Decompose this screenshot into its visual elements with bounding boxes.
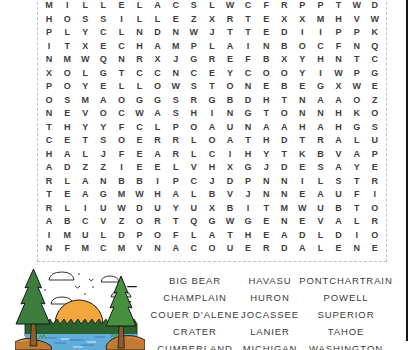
grid-cell[interactable]: C: [311, 40, 329, 54]
grid-cell[interactable]: T: [167, 215, 185, 229]
grid-cell[interactable]: Y: [257, 148, 275, 162]
grid-cell[interactable]: E: [167, 13, 185, 27]
grid-cell[interactable]: O: [149, 80, 167, 94]
grid-cell[interactable]: R: [40, 202, 58, 216]
grid-cell[interactable]: C: [167, 0, 185, 13]
grid-cell[interactable]: G: [203, 215, 221, 229]
grid-cell[interactable]: H: [58, 121, 76, 135]
grid-cell[interactable]: C: [185, 67, 203, 81]
grid-cell[interactable]: T: [239, 134, 257, 148]
grid-cell[interactable]: I: [112, 13, 130, 27]
grid-cell[interactable]: A: [330, 161, 348, 175]
grid-cell[interactable]: S: [58, 94, 76, 108]
grid-cell[interactable]: P: [167, 175, 185, 189]
grid-cell[interactable]: L: [58, 202, 76, 216]
grid-cell[interactable]: T: [257, 107, 275, 121]
grid-cell[interactable]: D: [130, 202, 148, 216]
grid-cell[interactable]: T: [275, 94, 293, 108]
grid-cell[interactable]: Y: [293, 53, 311, 67]
grid-cell[interactable]: O: [203, 242, 221, 256]
grid-cell[interactable]: E: [149, 161, 167, 175]
grid-cell[interactable]: F: [348, 188, 366, 202]
grid-cell[interactable]: Z: [94, 161, 112, 175]
grid-cell[interactable]: X: [76, 40, 94, 54]
grid-cell[interactable]: D: [112, 229, 130, 243]
grid-cell[interactable]: P: [40, 26, 58, 40]
grid-cell[interactable]: C: [149, 67, 167, 81]
grid-cell[interactable]: L: [185, 148, 203, 162]
grid-cell[interactable]: G: [94, 67, 112, 81]
grid-cell[interactable]: F: [257, 0, 275, 13]
grid-cell[interactable]: L: [130, 80, 148, 94]
grid-cell[interactable]: D: [58, 161, 76, 175]
grid-cell[interactable]: U: [221, 121, 239, 135]
grid-cell[interactable]: O: [203, 134, 221, 148]
grid-cell[interactable]: V: [348, 13, 366, 27]
grid-cell[interactable]: S: [76, 13, 94, 27]
grid-cell[interactable]: L: [112, 26, 130, 40]
grid-cell[interactable]: I: [149, 175, 167, 189]
grid-cell[interactable]: O: [130, 215, 148, 229]
grid-cell[interactable]: O: [221, 80, 239, 94]
grid-cell[interactable]: N: [330, 53, 348, 67]
grid-cell[interactable]: M: [76, 242, 94, 256]
grid-cell[interactable]: Q: [94, 53, 112, 67]
grid-cell[interactable]: L: [149, 121, 167, 135]
grid-cell[interactable]: L: [76, 148, 94, 162]
grid-cell[interactable]: J: [94, 148, 112, 162]
grid-cell[interactable]: E: [94, 80, 112, 94]
grid-cell[interactable]: O: [112, 94, 130, 108]
grid-cell[interactable]: Q: [185, 215, 203, 229]
grid-cell[interactable]: F: [112, 121, 130, 135]
grid-cell[interactable]: Y: [76, 80, 94, 94]
grid-cell[interactable]: A: [167, 242, 185, 256]
grid-cell[interactable]: E: [330, 242, 348, 256]
grid-cell[interactable]: E: [293, 80, 311, 94]
grid-cell[interactable]: N: [40, 53, 58, 67]
grid-cell[interactable]: I: [58, 0, 76, 13]
grid-cell[interactable]: J: [239, 188, 257, 202]
grid-cell[interactable]: E: [366, 80, 384, 94]
grid-cell[interactable]: T: [330, 0, 348, 13]
grid-cell[interactable]: T: [112, 67, 130, 81]
grid-cell[interactable]: Z: [76, 161, 94, 175]
grid-cell[interactable]: L: [311, 242, 329, 256]
grid-cell[interactable]: W: [76, 53, 94, 67]
grid-cell[interactable]: R: [275, 0, 293, 13]
grid-cell[interactable]: N: [275, 175, 293, 189]
grid-cell[interactable]: T: [293, 134, 311, 148]
grid-cell[interactable]: S: [366, 121, 384, 135]
grid-cell[interactable]: W: [167, 80, 185, 94]
grid-cell[interactable]: O: [112, 134, 130, 148]
grid-cell[interactable]: X: [40, 67, 58, 81]
grid-cell[interactable]: N: [293, 107, 311, 121]
grid-cell[interactable]: D: [239, 94, 257, 108]
grid-cell[interactable]: W: [330, 67, 348, 81]
grid-cell[interactable]: T: [348, 53, 366, 67]
grid-cell[interactable]: N: [94, 175, 112, 189]
grid-cell[interactable]: N: [239, 121, 257, 135]
grid-cell[interactable]: L: [130, 0, 148, 13]
grid-cell[interactable]: I: [76, 202, 94, 216]
grid-cell[interactable]: B: [112, 175, 130, 189]
grid-cell[interactable]: N: [40, 107, 58, 121]
grid-cell[interactable]: J: [257, 161, 275, 175]
grid-cell[interactable]: E: [366, 161, 384, 175]
grid-cell[interactable]: Z: [185, 13, 203, 27]
grid-cell[interactable]: R: [221, 13, 239, 27]
grid-cell[interactable]: M: [58, 229, 76, 243]
grid-cell[interactable]: T: [203, 80, 221, 94]
grid-cell[interactable]: I: [40, 40, 58, 54]
grid-cell[interactable]: B: [330, 202, 348, 216]
grid-cell[interactable]: E: [257, 229, 275, 243]
grid-cell[interactable]: G: [366, 67, 384, 81]
grid-cell[interactable]: T: [221, 26, 239, 40]
grid-cell[interactable]: M: [40, 0, 58, 13]
grid-cell[interactable]: B: [58, 215, 76, 229]
grid-cell[interactable]: A: [76, 175, 94, 189]
grid-cell[interactable]: S: [94, 134, 112, 148]
grid-cell[interactable]: T: [239, 13, 257, 27]
grid-cell[interactable]: F: [239, 53, 257, 67]
grid-cell[interactable]: L: [130, 13, 148, 27]
grid-cell[interactable]: E: [58, 107, 76, 121]
grid-cell[interactable]: L: [185, 229, 203, 243]
grid-cell[interactable]: B: [257, 53, 275, 67]
grid-cell[interactable]: P: [40, 80, 58, 94]
grid-cell[interactable]: T: [58, 40, 76, 54]
grid-cell[interactable]: M: [167, 40, 185, 54]
grid-cell[interactable]: J: [203, 175, 221, 189]
grid-cell[interactable]: G: [203, 94, 221, 108]
grid-cell[interactable]: X: [293, 13, 311, 27]
grid-cell[interactable]: I: [311, 67, 329, 81]
grid-cell[interactable]: R: [366, 215, 384, 229]
grid-cell[interactable]: N: [221, 107, 239, 121]
grid-cell[interactable]: D: [366, 0, 384, 13]
grid-cell[interactable]: I: [239, 40, 257, 54]
grid-cell[interactable]: L: [149, 13, 167, 27]
grid-cell[interactable]: Y: [167, 202, 185, 216]
grid-cell[interactable]: H: [311, 53, 329, 67]
grid-cell[interactable]: B: [203, 188, 221, 202]
grid-cell[interactable]: L: [112, 80, 130, 94]
grid-cell[interactable]: H: [330, 107, 348, 121]
grid-cell[interactable]: N: [130, 26, 148, 40]
grid-cell[interactable]: I: [40, 229, 58, 243]
grid-cell[interactable]: N: [275, 215, 293, 229]
grid-cell[interactable]: A: [330, 215, 348, 229]
grid-cell[interactable]: N: [257, 40, 275, 54]
grid-cell[interactable]: O: [58, 13, 76, 27]
grid-cell[interactable]: T: [239, 26, 257, 40]
grid-cell[interactable]: R: [130, 53, 148, 67]
grid-cell[interactable]: P: [311, 0, 329, 13]
grid-cell[interactable]: V: [130, 242, 148, 256]
grid-cell[interactable]: W: [112, 202, 130, 216]
grid-cell[interactable]: G: [239, 215, 257, 229]
grid-cell[interactable]: X: [203, 202, 221, 216]
grid-cell[interactable]: A: [149, 40, 167, 54]
grid-cell[interactable]: G: [239, 161, 257, 175]
grid-cell[interactable]: A: [293, 242, 311, 256]
grid-cell[interactable]: H: [130, 40, 148, 54]
grid-cell[interactable]: O: [58, 80, 76, 94]
grid-cell[interactable]: S: [311, 161, 329, 175]
grid-cell[interactable]: K: [366, 26, 384, 40]
grid-cell[interactable]: L: [185, 134, 203, 148]
grid-cell[interactable]: P: [348, 26, 366, 40]
grid-cell[interactable]: B: [221, 94, 239, 108]
grid-cell[interactable]: D: [275, 134, 293, 148]
grid-cell[interactable]: T: [40, 188, 58, 202]
grid-cell[interactable]: N: [293, 94, 311, 108]
grid-cell[interactable]: H: [239, 148, 257, 162]
grid-cell[interactable]: Q: [366, 40, 384, 54]
grid-cell[interactable]: F: [58, 242, 76, 256]
grid-cell[interactable]: B: [130, 175, 148, 189]
grid-cell[interactable]: L: [185, 188, 203, 202]
grid-cell[interactable]: E: [366, 242, 384, 256]
grid-cell[interactable]: T: [40, 121, 58, 135]
grid-cell[interactable]: E: [293, 215, 311, 229]
grid-cell[interactable]: X: [149, 53, 167, 67]
grid-cell[interactable]: K: [293, 148, 311, 162]
grid-cell[interactable]: O: [149, 229, 167, 243]
grid-cell[interactable]: W: [185, 26, 203, 40]
grid-cell[interactable]: E: [112, 0, 130, 13]
grid-cell[interactable]: P: [130, 229, 148, 243]
grid-cell[interactable]: C: [185, 175, 203, 189]
grid-cell[interactable]: R: [311, 134, 329, 148]
grid-cell[interactable]: I: [348, 229, 366, 243]
grid-cell[interactable]: A: [149, 148, 167, 162]
grid-cell[interactable]: A: [40, 215, 58, 229]
grid-cell[interactable]: H: [40, 13, 58, 27]
grid-cell[interactable]: O: [40, 94, 58, 108]
grid-cell[interactable]: S: [167, 94, 185, 108]
grid-cell[interactable]: O: [366, 229, 384, 243]
grid-cell[interactable]: F: [112, 148, 130, 162]
grid-cell[interactable]: A: [167, 188, 185, 202]
grid-cell[interactable]: A: [221, 40, 239, 54]
grid-cell[interactable]: S: [167, 107, 185, 121]
grid-cell[interactable]: F: [167, 229, 185, 243]
grid-cell[interactable]: U: [311, 202, 329, 216]
grid-cell[interactable]: L: [76, 67, 94, 81]
grid-cell[interactable]: N: [167, 26, 185, 40]
grid-cell[interactable]: A: [311, 94, 329, 108]
grid-cell[interactable]: R: [257, 242, 275, 256]
grid-cell[interactable]: X: [221, 161, 239, 175]
grid-cell[interactable]: S: [330, 175, 348, 189]
grid-cell[interactable]: D: [275, 161, 293, 175]
grid-cell[interactable]: H: [293, 121, 311, 135]
grid-cell[interactable]: E: [221, 53, 239, 67]
grid-cell[interactable]: V: [94, 215, 112, 229]
grid-cell[interactable]: C: [112, 40, 130, 54]
grid-cell[interactable]: T: [257, 202, 275, 216]
grid-cell[interactable]: R: [40, 175, 58, 189]
grid-cell[interactable]: I: [293, 175, 311, 189]
grid-cell[interactable]: C: [112, 107, 130, 121]
grid-cell[interactable]: E: [257, 13, 275, 27]
grid-cell[interactable]: A: [275, 121, 293, 135]
grid-cell[interactable]: N: [167, 67, 185, 81]
grid-cell[interactable]: H: [257, 94, 275, 108]
grid-cell[interactable]: T: [275, 148, 293, 162]
grid-cell[interactable]: Y: [76, 121, 94, 135]
grid-cell[interactable]: I: [221, 148, 239, 162]
grid-cell[interactable]: A: [275, 229, 293, 243]
grid-cell[interactable]: E: [130, 148, 148, 162]
grid-cell[interactable]: U: [149, 202, 167, 216]
grid-cell[interactable]: M: [58, 53, 76, 67]
grid-cell[interactable]: T: [348, 202, 366, 216]
grid-cell[interactable]: S: [185, 80, 203, 94]
grid-cell[interactable]: U: [94, 202, 112, 216]
grid-cell[interactable]: C: [76, 215, 94, 229]
grid-cell[interactable]: N: [348, 40, 366, 54]
grid-cell[interactable]: C: [203, 148, 221, 162]
grid-cell[interactable]: E: [293, 161, 311, 175]
grid-cell[interactable]: Y: [293, 67, 311, 81]
grid-cell[interactable]: N: [40, 242, 58, 256]
grid-cell[interactable]: A: [149, 107, 167, 121]
grid-cell[interactable]: X: [275, 13, 293, 27]
grid-cell[interactable]: E: [58, 134, 76, 148]
grid-cell[interactable]: U: [330, 188, 348, 202]
grid-cell[interactable]: H: [185, 107, 203, 121]
grid-cell[interactable]: K: [348, 107, 366, 121]
grid-cell[interactable]: M: [275, 202, 293, 216]
grid-cell[interactable]: W: [221, 0, 239, 13]
grid-cell[interactable]: I: [311, 26, 329, 40]
grid-cell[interactable]: J: [203, 26, 221, 40]
grid-cell[interactable]: A: [203, 229, 221, 243]
grid-cell[interactable]: M: [76, 94, 94, 108]
grid-cell[interactable]: A: [311, 121, 329, 135]
grid-cell[interactable]: V: [76, 107, 94, 121]
grid-cell[interactable]: N: [311, 107, 329, 121]
grid-cell[interactable]: C: [40, 134, 58, 148]
grid-cell[interactable]: M: [311, 13, 329, 27]
grid-cell[interactable]: A: [94, 94, 112, 108]
grid-cell[interactable]: U: [221, 242, 239, 256]
grid-cell[interactable]: T: [348, 175, 366, 189]
grid-cell[interactable]: F: [330, 40, 348, 54]
grid-cell[interactable]: G: [239, 107, 257, 121]
grid-cell[interactable]: G: [185, 53, 203, 67]
grid-cell[interactable]: W: [293, 202, 311, 216]
grid-cell[interactable]: P: [239, 175, 257, 189]
grid-cell[interactable]: L: [167, 161, 185, 175]
grid-cell[interactable]: O: [275, 107, 293, 121]
grid-cell[interactable]: W: [130, 188, 148, 202]
grid-cell[interactable]: L: [76, 0, 94, 13]
grid-cell[interactable]: C: [239, 67, 257, 81]
grid-cell[interactable]: N: [149, 242, 167, 256]
grid-cell[interactable]: W: [366, 13, 384, 27]
grid-cell[interactable]: N: [239, 80, 257, 94]
grid-cell[interactable]: V: [221, 188, 239, 202]
grid-cell[interactable]: A: [330, 94, 348, 108]
grid-cell[interactable]: V: [311, 215, 329, 229]
grid-cell[interactable]: P: [185, 40, 203, 54]
grid-cell[interactable]: H: [40, 148, 58, 162]
grid-cell[interactable]: T: [76, 134, 94, 148]
grid-cell[interactable]: S: [94, 13, 112, 27]
grid-cell[interactable]: Y: [94, 121, 112, 135]
grid-cell[interactable]: Z: [366, 94, 384, 108]
grid-cell[interactable]: H: [203, 161, 221, 175]
grid-cell[interactable]: O: [185, 121, 203, 135]
grid-cell[interactable]: C: [94, 26, 112, 40]
grid-cell[interactable]: J: [167, 53, 185, 67]
grid-cell[interactable]: M: [112, 242, 130, 256]
grid-cell[interactable]: O: [275, 67, 293, 81]
grid-cell[interactable]: O: [257, 67, 275, 81]
grid-cell[interactable]: U: [76, 229, 94, 243]
grid-cell[interactable]: C: [185, 242, 203, 256]
grid-cell[interactable]: L: [58, 26, 76, 40]
grid-cell[interactable]: D: [293, 229, 311, 243]
grid-cell[interactable]: H: [330, 121, 348, 135]
grid-cell[interactable]: D: [330, 229, 348, 243]
grid-cell[interactable]: C: [94, 242, 112, 256]
grid-cell[interactable]: A: [203, 121, 221, 135]
grid-cell[interactable]: H: [239, 229, 257, 243]
grid-cell[interactable]: P: [366, 148, 384, 162]
grid-cell[interactable]: O: [94, 107, 112, 121]
grid-cell[interactable]: C: [130, 67, 148, 81]
grid-cell[interactable]: O: [366, 107, 384, 121]
grid-cell[interactable]: R: [167, 134, 185, 148]
grid-cell[interactable]: O: [366, 202, 384, 216]
grid-cell[interactable]: L: [58, 175, 76, 189]
grid-cell[interactable]: N: [348, 242, 366, 256]
grid-cell[interactable]: W: [348, 80, 366, 94]
grid-cell[interactable]: L: [94, 0, 112, 13]
grid-cell[interactable]: S: [185, 0, 203, 13]
grid-cell[interactable]: P: [293, 0, 311, 13]
grid-cell[interactable]: D: [221, 175, 239, 189]
grid-cell[interactable]: X: [275, 53, 293, 67]
grid-cell[interactable]: B: [275, 40, 293, 54]
grid-cell[interactable]: L: [203, 0, 221, 13]
grid-cell[interactable]: G: [311, 80, 329, 94]
grid-cell[interactable]: N: [257, 188, 275, 202]
grid-cell[interactable]: V: [330, 148, 348, 162]
grid-cell[interactable]: W: [130, 107, 148, 121]
grid-cell[interactable]: R: [203, 53, 221, 67]
grid-cell[interactable]: I: [293, 26, 311, 40]
grid-cell[interactable]: E: [58, 188, 76, 202]
grid-cell[interactable]: G: [348, 121, 366, 135]
grid-cell[interactable]: Z: [112, 215, 130, 229]
grid-cell[interactable]: B: [221, 202, 239, 216]
grid-cell[interactable]: U: [366, 134, 384, 148]
grid-cell[interactable]: R: [167, 148, 185, 162]
grid-cell[interactable]: C: [239, 0, 257, 13]
grid-cell[interactable]: A: [348, 148, 366, 162]
grid-cell[interactable]: C: [366, 53, 384, 67]
grid-cell[interactable]: E: [257, 80, 275, 94]
grid-cell[interactable]: G: [94, 188, 112, 202]
